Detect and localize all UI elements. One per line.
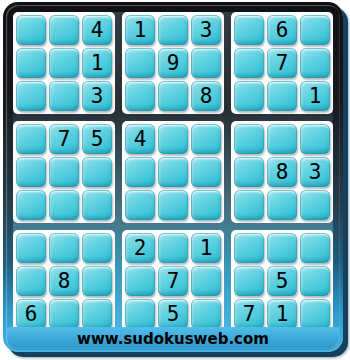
cell-r1c5[interactable] — [158, 15, 188, 45]
cell-r1c4[interactable]: 1 — [125, 15, 155, 45]
cell-r9c8[interactable]: 1 — [267, 299, 297, 329]
cell-r9c4[interactable] — [125, 299, 155, 329]
cell-r7c2[interactable] — [49, 233, 79, 263]
cell-r1c9[interactable] — [300, 15, 330, 45]
cell-r5c2[interactable] — [49, 157, 79, 187]
cell-r2c4[interactable] — [125, 48, 155, 78]
cell-r9c5[interactable]: 5 — [158, 299, 188, 329]
cell-r5c1[interactable] — [16, 157, 46, 187]
sudoku-block-1: 413 — [13, 12, 115, 114]
sudoku-block-9: 571 — [231, 230, 333, 332]
cell-r8c7[interactable] — [234, 266, 264, 296]
cell-r3c1[interactable] — [16, 81, 46, 111]
cell-r3c7[interactable] — [234, 81, 264, 111]
cell-r7c9[interactable] — [300, 233, 330, 263]
cell-r3c8[interactable] — [267, 81, 297, 111]
sudoku-block-3: 671 — [231, 12, 333, 114]
cell-r4c2[interactable]: 7 — [49, 124, 79, 154]
cell-r8c9[interactable] — [300, 266, 330, 296]
cell-r5c7[interactable] — [234, 157, 264, 187]
cell-r7c8[interactable] — [267, 233, 297, 263]
cell-r1c3[interactable]: 4 — [82, 15, 112, 45]
cell-r2c8[interactable]: 7 — [267, 48, 297, 78]
cell-r7c3[interactable] — [82, 233, 112, 263]
cell-r8c4[interactable] — [125, 266, 155, 296]
cell-r4c4[interactable]: 4 — [125, 124, 155, 154]
cell-r3c5[interactable] — [158, 81, 188, 111]
cell-r8c5[interactable]: 7 — [158, 266, 188, 296]
cell-r8c3[interactable] — [82, 266, 112, 296]
cell-r9c7[interactable]: 7 — [234, 299, 264, 329]
cell-r3c4[interactable] — [125, 81, 155, 111]
cell-r2c2[interactable] — [49, 48, 79, 78]
cell-r1c1[interactable] — [16, 15, 46, 45]
cell-r1c2[interactable] — [49, 15, 79, 45]
cell-r7c6[interactable]: 1 — [191, 233, 221, 263]
cell-r5c6[interactable] — [191, 157, 221, 187]
cell-r5c4[interactable] — [125, 157, 155, 187]
sudoku-block-7: 86 — [13, 230, 115, 332]
cell-r3c2[interactable] — [49, 81, 79, 111]
cell-r6c9[interactable] — [300, 190, 330, 220]
cell-r1c7[interactable] — [234, 15, 264, 45]
cell-r6c7[interactable] — [234, 190, 264, 220]
cell-r6c3[interactable] — [82, 190, 112, 220]
cell-r7c4[interactable]: 2 — [125, 233, 155, 263]
cell-r4c1[interactable] — [16, 124, 46, 154]
cell-r2c6[interactable] — [191, 48, 221, 78]
cell-r6c4[interactable] — [125, 190, 155, 220]
cell-r4c9[interactable] — [300, 124, 330, 154]
cell-r8c8[interactable]: 5 — [267, 266, 297, 296]
cell-r3c9[interactable]: 1 — [300, 81, 330, 111]
cell-r3c3[interactable]: 3 — [82, 81, 112, 111]
cell-r1c8[interactable]: 6 — [267, 15, 297, 45]
cell-r5c9[interactable]: 3 — [300, 157, 330, 187]
cell-r8c6[interactable] — [191, 266, 221, 296]
cell-r4c7[interactable] — [234, 124, 264, 154]
cell-r6c1[interactable] — [16, 190, 46, 220]
cell-r9c3[interactable] — [82, 299, 112, 329]
cell-r2c7[interactable] — [234, 48, 264, 78]
cell-r8c1[interactable] — [16, 266, 46, 296]
sudoku-block-4: 75 — [13, 121, 115, 223]
cell-r2c3[interactable]: 1 — [82, 48, 112, 78]
cell-r4c5[interactable] — [158, 124, 188, 154]
cell-r7c7[interactable] — [234, 233, 264, 263]
cell-r8c2[interactable]: 8 — [49, 266, 79, 296]
cell-r9c6[interactable] — [191, 299, 221, 329]
cell-r7c1[interactable] — [16, 233, 46, 263]
cell-r1c6[interactable]: 3 — [191, 15, 221, 45]
cell-r4c3[interactable]: 5 — [82, 124, 112, 154]
cell-r5c5[interactable] — [158, 157, 188, 187]
cell-r6c5[interactable] — [158, 190, 188, 220]
sudoku-board-frame: 413139867175483862175571 www.sudokusweb.… — [3, 2, 343, 352]
cell-r3c6[interactable]: 8 — [191, 81, 221, 111]
cell-r5c8[interactable]: 8 — [267, 157, 297, 187]
cell-r7c5[interactable] — [158, 233, 188, 263]
sudoku-block-6: 83 — [231, 121, 333, 223]
sudoku-block-5: 4 — [122, 121, 224, 223]
cell-r6c2[interactable] — [49, 190, 79, 220]
cell-r2c1[interactable] — [16, 48, 46, 78]
cell-r2c9[interactable] — [300, 48, 330, 78]
cell-r5c3[interactable] — [82, 157, 112, 187]
sudoku-block-2: 1398 — [122, 12, 224, 114]
cell-r9c1[interactable]: 6 — [16, 299, 46, 329]
cell-r9c9[interactable] — [300, 299, 330, 329]
cell-r4c8[interactable] — [267, 124, 297, 154]
cell-r6c8[interactable] — [267, 190, 297, 220]
sudoku-block-8: 2175 — [122, 230, 224, 332]
website-url: www.sudokusweb.com — [7, 327, 339, 350]
sudoku-grid: 413139867175483862175571 — [13, 12, 333, 332]
cell-r9c2[interactable] — [49, 299, 79, 329]
cell-r2c5[interactable]: 9 — [158, 48, 188, 78]
cell-r4c6[interactable] — [191, 124, 221, 154]
cell-r6c6[interactable] — [191, 190, 221, 220]
